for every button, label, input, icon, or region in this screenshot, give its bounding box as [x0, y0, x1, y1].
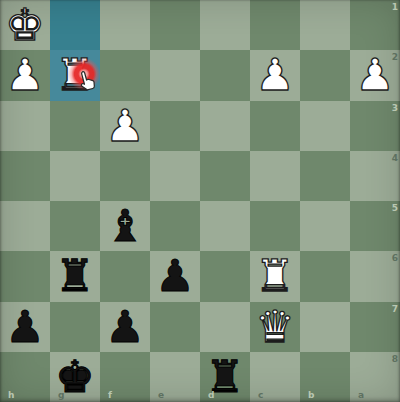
- square-e1[interactable]: [150, 0, 200, 50]
- piece-black-rook[interactable]: ♜: [55, 254, 94, 298]
- square-f7[interactable]: ♟: [100, 302, 150, 352]
- piece-white-rook[interactable]: ♜: [255, 254, 294, 298]
- piece-black-pawn[interactable]: ♟: [105, 305, 144, 349]
- square-c3[interactable]: [250, 101, 300, 151]
- square-b5[interactable]: [300, 201, 350, 251]
- square-h8[interactable]: h: [0, 352, 50, 402]
- square-b1[interactable]: [300, 0, 350, 50]
- square-d7[interactable]: [200, 302, 250, 352]
- square-d8[interactable]: ♜d: [200, 352, 250, 402]
- square-h1[interactable]: ♚: [0, 0, 50, 50]
- square-c1[interactable]: [250, 0, 300, 50]
- square-g3[interactable]: [50, 101, 100, 151]
- square-d4[interactable]: [200, 151, 250, 201]
- square-f5[interactable]: ♝: [100, 201, 150, 251]
- square-d5[interactable]: [200, 201, 250, 251]
- square-h4[interactable]: [0, 151, 50, 201]
- square-a1[interactable]: 1: [350, 0, 400, 50]
- piece-black-bishop[interactable]: ♝: [105, 204, 144, 248]
- file-label-h: h: [8, 391, 14, 400]
- square-g1[interactable]: [50, 0, 100, 50]
- square-c8[interactable]: c: [250, 352, 300, 402]
- piece-white-pawn[interactable]: ♟: [255, 53, 294, 97]
- piece-white-rook[interactable]: ♜: [55, 53, 94, 97]
- rank-label-6: 6: [392, 254, 398, 263]
- square-f8[interactable]: f: [100, 352, 150, 402]
- square-a3[interactable]: 3: [350, 101, 400, 151]
- square-e7[interactable]: [150, 302, 200, 352]
- square-f4[interactable]: [100, 151, 150, 201]
- square-e2[interactable]: [150, 50, 200, 100]
- square-d6[interactable]: [200, 251, 250, 301]
- square-e8[interactable]: e: [150, 352, 200, 402]
- square-h2[interactable]: ♟: [0, 50, 50, 100]
- piece-white-queen[interactable]: ♛: [255, 305, 294, 349]
- square-b6[interactable]: [300, 251, 350, 301]
- square-h3[interactable]: [0, 101, 50, 151]
- square-e5[interactable]: [150, 201, 200, 251]
- square-a6[interactable]: 6: [350, 251, 400, 301]
- square-b4[interactable]: [300, 151, 350, 201]
- square-a8[interactable]: a8: [350, 352, 400, 402]
- square-g8[interactable]: ♚g: [50, 352, 100, 402]
- square-g6[interactable]: ♜: [50, 251, 100, 301]
- rank-label-3: 3: [392, 104, 398, 113]
- file-label-e: e: [158, 391, 164, 400]
- rank-label-7: 7: [392, 305, 398, 314]
- square-a7[interactable]: 7: [350, 302, 400, 352]
- square-e3[interactable]: [150, 101, 200, 151]
- square-c5[interactable]: [250, 201, 300, 251]
- piece-white-pawn[interactable]: ♟: [5, 53, 44, 97]
- square-d3[interactable]: [200, 101, 250, 151]
- square-e6[interactable]: ♟: [150, 251, 200, 301]
- square-h5[interactable]: [0, 201, 50, 251]
- piece-black-pawn[interactable]: ♟: [5, 305, 44, 349]
- square-d1[interactable]: [200, 0, 250, 50]
- square-e4[interactable]: [150, 151, 200, 201]
- square-f2[interactable]: [100, 50, 150, 100]
- square-c6[interactable]: ♜: [250, 251, 300, 301]
- square-g5[interactable]: [50, 201, 100, 251]
- piece-white-pawn[interactable]: ♟: [105, 104, 144, 148]
- rank-label-1: 1: [392, 3, 398, 12]
- square-b3[interactable]: [300, 101, 350, 151]
- chess-board: ♚1♟♜♟♟2♟34♝5♜♟♜6♟♟♛7h♚gfe♜dcba8: [0, 0, 400, 402]
- file-label-d: d: [208, 391, 214, 400]
- rank-label-8: 8: [392, 355, 398, 364]
- file-label-b: b: [308, 391, 314, 400]
- square-c4[interactable]: [250, 151, 300, 201]
- square-h6[interactable]: [0, 251, 50, 301]
- square-f6[interactable]: [100, 251, 150, 301]
- file-label-g: g: [58, 391, 64, 400]
- square-h7[interactable]: ♟: [0, 302, 50, 352]
- piece-white-king[interactable]: ♚: [5, 3, 44, 47]
- square-f3[interactable]: ♟: [100, 101, 150, 151]
- square-g7[interactable]: [50, 302, 100, 352]
- square-b2[interactable]: [300, 50, 350, 100]
- file-label-f: f: [108, 391, 112, 400]
- rank-label-2: 2: [392, 53, 398, 62]
- piece-white-pawn[interactable]: ♟: [355, 53, 394, 97]
- square-g4[interactable]: [50, 151, 100, 201]
- piece-black-pawn[interactable]: ♟: [155, 254, 194, 298]
- square-d2[interactable]: [200, 50, 250, 100]
- rank-label-4: 4: [392, 154, 398, 163]
- file-label-a: a: [358, 391, 364, 400]
- square-b7[interactable]: [300, 302, 350, 352]
- square-c7[interactable]: ♛: [250, 302, 300, 352]
- square-a5[interactable]: 5: [350, 201, 400, 251]
- square-f1[interactable]: [100, 0, 150, 50]
- chess-board-wrap: ♚1♟♜♟♟2♟34♝5♜♟♜6♟♟♛7h♚gfe♜dcba8: [0, 0, 400, 402]
- rank-label-5: 5: [392, 204, 398, 213]
- square-a4[interactable]: 4: [350, 151, 400, 201]
- square-g2[interactable]: ♜: [50, 50, 100, 100]
- file-label-c: c: [258, 391, 263, 400]
- square-a2[interactable]: ♟2: [350, 50, 400, 100]
- square-c2[interactable]: ♟: [250, 50, 300, 100]
- square-b8[interactable]: b: [300, 352, 350, 402]
